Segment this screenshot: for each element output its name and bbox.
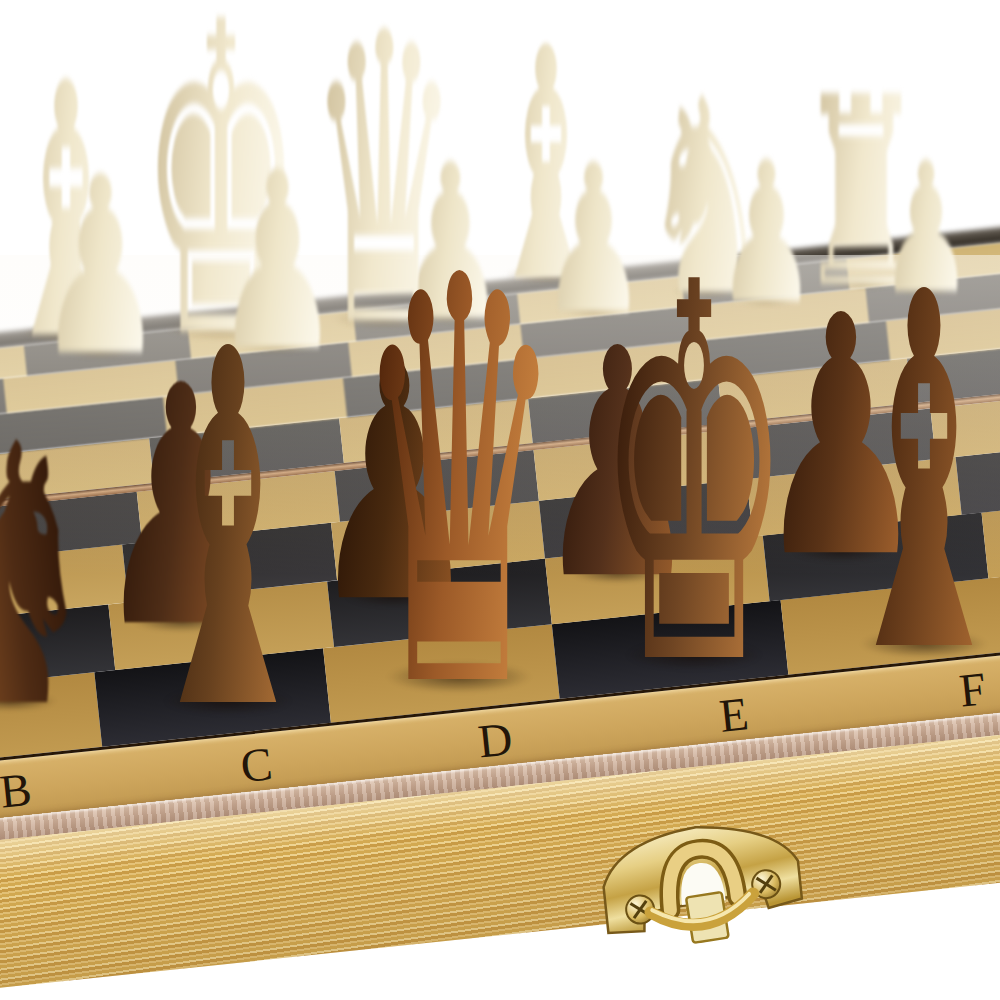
- file-label-f: F: [910, 656, 1000, 722]
- product-photo-wooden-chess-set: BCDEF: [0, 0, 1000, 1000]
- brass-latch: [585, 800, 818, 954]
- chess-board: [0, 0, 924, 56]
- board-scene: BCDEF: [0, 0, 1000, 1000]
